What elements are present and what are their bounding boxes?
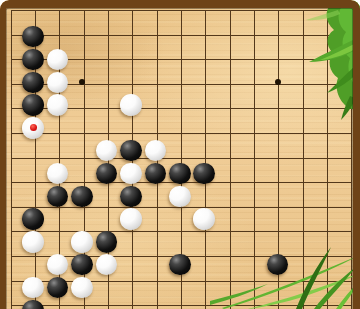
- go-app-screenshot: [0, 0, 360, 309]
- stone-black: [47, 186, 69, 208]
- stone-black: [71, 186, 93, 208]
- stone-white: [120, 163, 142, 185]
- stone-black: [71, 254, 93, 276]
- stone-black: [22, 72, 44, 94]
- grid-line-v: [303, 10, 304, 309]
- bamboo-bottom-right-icon: [210, 241, 360, 309]
- stone-white: [22, 231, 44, 253]
- grid-line-v: [11, 10, 12, 309]
- stone-white: [22, 277, 44, 299]
- star-point: [275, 79, 281, 85]
- stone-black: [120, 186, 142, 208]
- stone-white: [120, 94, 142, 116]
- grid-line-v: [351, 10, 352, 309]
- stone-black: [22, 208, 44, 230]
- stone-black: [47, 277, 69, 299]
- stone-black: [22, 300, 44, 309]
- stone-white: [169, 186, 191, 208]
- stone-white: [96, 254, 118, 276]
- grid-line-v: [205, 10, 206, 309]
- go-board[interactable]: [0, 0, 360, 309]
- stone-black: [267, 254, 289, 276]
- stone-white: [47, 254, 69, 276]
- stone-black: [193, 163, 215, 185]
- stone-black: [169, 254, 191, 276]
- stone-white: [47, 49, 69, 71]
- grid-line-v: [327, 10, 328, 309]
- stone-white: [47, 163, 69, 185]
- stone-white: [47, 94, 69, 116]
- stone-white: [71, 231, 93, 253]
- stone-white: [47, 72, 69, 94]
- stone-black: [145, 163, 167, 185]
- stone-black: [96, 231, 118, 253]
- grid-line-v: [254, 10, 255, 309]
- stone-black: [96, 163, 118, 185]
- last-move-marker: [30, 124, 37, 131]
- stone-white: [22, 117, 44, 139]
- stone-white: [193, 208, 215, 230]
- stone-black: [22, 49, 44, 71]
- stone-black: [169, 163, 191, 185]
- stone-black: [22, 94, 44, 116]
- stone-white: [120, 208, 142, 230]
- stone-white: [71, 277, 93, 299]
- grid-line-v: [230, 10, 231, 309]
- stone-black: [120, 140, 142, 162]
- stone-black: [22, 26, 44, 48]
